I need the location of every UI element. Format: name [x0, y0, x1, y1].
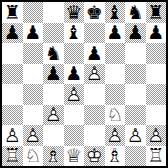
square-b2[interactable]: ♟♙ [23, 125, 44, 146]
piece-black-pawn: ♟ [146, 23, 167, 44]
square-h2[interactable]: ♟♙ [146, 125, 167, 146]
square-f6[interactable] [105, 43, 126, 64]
piece-glyph: ♖ [2, 146, 23, 167]
square-e8[interactable]: ♚ [84, 2, 105, 23]
piece-glyph: ♗ [105, 146, 126, 167]
piece-white-king: ♚♔ [84, 146, 105, 167]
chessboard-container: ♜♛♚♝♞♜♟♟♝♟♟♟♞♟♟♟♟♙♟♙♟♙♞♘♟♙♟♙♟♙♟♙♟♙♜♖♞♘♝♗… [0, 0, 168, 168]
square-a4[interactable] [2, 84, 23, 105]
square-b6[interactable] [23, 43, 44, 64]
piece-white-pawn: ♟♙ [146, 125, 167, 146]
square-b5[interactable] [23, 64, 44, 85]
piece-white-pawn: ♟♙ [84, 64, 105, 85]
piece-glyph: ♟ [125, 23, 146, 44]
piece-white-pawn: ♟♙ [105, 125, 126, 146]
square-g5[interactable] [125, 64, 146, 85]
piece-glyph: ♙ [23, 125, 44, 146]
piece-white-queen: ♛♕ [64, 146, 85, 167]
square-b3[interactable] [23, 105, 44, 126]
square-d7[interactable]: ♝ [64, 23, 85, 44]
square-c8[interactable] [43, 2, 64, 23]
square-a2[interactable]: ♟♙ [2, 125, 23, 146]
square-g2[interactable]: ♟♙ [125, 125, 146, 146]
piece-glyph: ♚ [84, 2, 105, 23]
piece-white-pawn: ♟♙ [23, 125, 44, 146]
piece-black-pawn: ♟ [23, 23, 44, 44]
square-b8[interactable] [23, 2, 44, 23]
square-e4[interactable] [84, 84, 105, 105]
piece-black-rook: ♜ [2, 2, 23, 23]
square-e1[interactable]: ♚♔ [84, 146, 105, 167]
piece-glyph: ♙ [84, 64, 105, 85]
piece-black-pawn: ♟ [105, 23, 126, 44]
piece-black-pawn: ♟ [84, 43, 105, 64]
piece-white-knight: ♞♘ [23, 146, 44, 167]
square-d2[interactable] [64, 125, 85, 146]
piece-black-pawn: ♟ [125, 23, 146, 44]
piece-white-rook: ♜♖ [146, 146, 167, 167]
piece-glyph: ♗ [43, 146, 64, 167]
piece-white-bishop: ♝♗ [105, 146, 126, 167]
piece-black-bishop: ♝ [64, 23, 85, 44]
piece-glyph: ♙ [125, 125, 146, 146]
square-f1[interactable]: ♝♗ [105, 146, 126, 167]
piece-glyph: ♙ [105, 125, 126, 146]
square-a3[interactable] [2, 105, 23, 126]
square-d5[interactable]: ♟ [64, 64, 85, 85]
piece-white-knight: ♞♘ [105, 105, 126, 126]
square-h7[interactable]: ♟ [146, 23, 167, 44]
square-b4[interactable] [23, 84, 44, 105]
square-h8[interactable]: ♜ [146, 2, 167, 23]
square-a7[interactable]: ♟ [2, 23, 23, 44]
piece-glyph: ♕ [64, 146, 85, 167]
square-d6[interactable] [64, 43, 85, 64]
piece-glyph: ♟ [105, 23, 126, 44]
square-f7[interactable]: ♟ [105, 23, 126, 44]
piece-black-knight: ♞ [43, 43, 64, 64]
piece-black-pawn: ♟ [2, 23, 23, 44]
piece-black-bishop: ♝ [105, 2, 126, 23]
piece-glyph: ♟ [43, 64, 64, 85]
piece-glyph: ♞ [43, 43, 64, 64]
piece-black-queen: ♛ [64, 2, 85, 23]
piece-glyph: ♙ [2, 125, 23, 146]
piece-glyph: ♟ [23, 23, 44, 44]
piece-glyph: ♟ [84, 43, 105, 64]
square-d3[interactable] [64, 105, 85, 126]
square-h5[interactable] [146, 64, 167, 85]
piece-glyph: ♔ [84, 146, 105, 167]
piece-glyph: ♛ [64, 2, 85, 23]
piece-black-pawn: ♟ [64, 64, 85, 85]
piece-white-pawn: ♟♙ [43, 105, 64, 126]
piece-glyph: ♟ [64, 64, 85, 85]
square-g4[interactable] [125, 84, 146, 105]
square-c2[interactable] [43, 125, 64, 146]
piece-glyph: ♝ [105, 2, 126, 23]
square-g3[interactable] [125, 105, 146, 126]
square-e7[interactable] [84, 23, 105, 44]
piece-glyph: ♘ [105, 105, 126, 126]
square-h1[interactable]: ♜♖ [146, 146, 167, 167]
chess-board: ♜♛♚♝♞♜♟♟♝♟♟♟♞♟♟♟♟♙♟♙♟♙♞♘♟♙♟♙♟♙♟♙♟♙♜♖♞♘♝♗… [0, 0, 168, 168]
piece-glyph: ♙ [64, 84, 85, 105]
piece-glyph: ♜ [146, 2, 167, 23]
square-f8[interactable]: ♝ [105, 2, 126, 23]
piece-glyph: ♖ [146, 146, 167, 167]
piece-black-knight: ♞ [125, 2, 146, 23]
square-a5[interactable] [2, 64, 23, 85]
square-a1[interactable]: ♜♖ [2, 146, 23, 167]
square-c6[interactable]: ♞ [43, 43, 64, 64]
square-c1[interactable]: ♝♗ [43, 146, 64, 167]
square-c7[interactable] [43, 23, 64, 44]
piece-white-pawn: ♟♙ [125, 125, 146, 146]
square-h4[interactable] [146, 84, 167, 105]
piece-glyph: ♙ [43, 105, 64, 126]
piece-glyph: ♞ [125, 2, 146, 23]
piece-black-pawn: ♟ [43, 64, 64, 85]
square-c5[interactable]: ♟ [43, 64, 64, 85]
square-c3[interactable]: ♟♙ [43, 105, 64, 126]
piece-glyph: ♙ [146, 125, 167, 146]
square-e3[interactable] [84, 105, 105, 126]
square-e6[interactable]: ♟ [84, 43, 105, 64]
square-f5[interactable] [105, 64, 126, 85]
square-f3[interactable]: ♞♘ [105, 105, 126, 126]
square-c4[interactable] [43, 84, 64, 105]
square-e5[interactable]: ♟♙ [84, 64, 105, 85]
piece-white-rook: ♜♖ [2, 146, 23, 167]
piece-black-rook: ♜ [146, 2, 167, 23]
square-h6[interactable] [146, 43, 167, 64]
square-e2[interactable] [84, 125, 105, 146]
square-a6[interactable] [2, 43, 23, 64]
square-f4[interactable] [105, 84, 126, 105]
piece-glyph: ♜ [2, 2, 23, 23]
piece-white-pawn: ♟♙ [64, 84, 85, 105]
square-g1[interactable] [125, 146, 146, 167]
piece-glyph: ♟ [2, 23, 23, 44]
square-g6[interactable] [125, 43, 146, 64]
square-g8[interactable]: ♞ [125, 2, 146, 23]
square-d1[interactable]: ♛♕ [64, 146, 85, 167]
piece-glyph: ♝ [64, 23, 85, 44]
piece-white-bishop: ♝♗ [43, 146, 64, 167]
square-d8[interactable]: ♛ [64, 2, 85, 23]
piece-glyph: ♟ [146, 23, 167, 44]
piece-white-pawn: ♟♙ [2, 125, 23, 146]
piece-black-king: ♚ [84, 2, 105, 23]
piece-glyph: ♘ [23, 146, 44, 167]
square-a8[interactable]: ♜ [2, 2, 23, 23]
square-b1[interactable]: ♞♘ [23, 146, 44, 167]
square-b7[interactable]: ♟ [23, 23, 44, 44]
square-g7[interactable]: ♟ [125, 23, 146, 44]
square-f2[interactable]: ♟♙ [105, 125, 126, 146]
square-d4[interactable]: ♟♙ [64, 84, 85, 105]
square-h3[interactable] [146, 105, 167, 126]
